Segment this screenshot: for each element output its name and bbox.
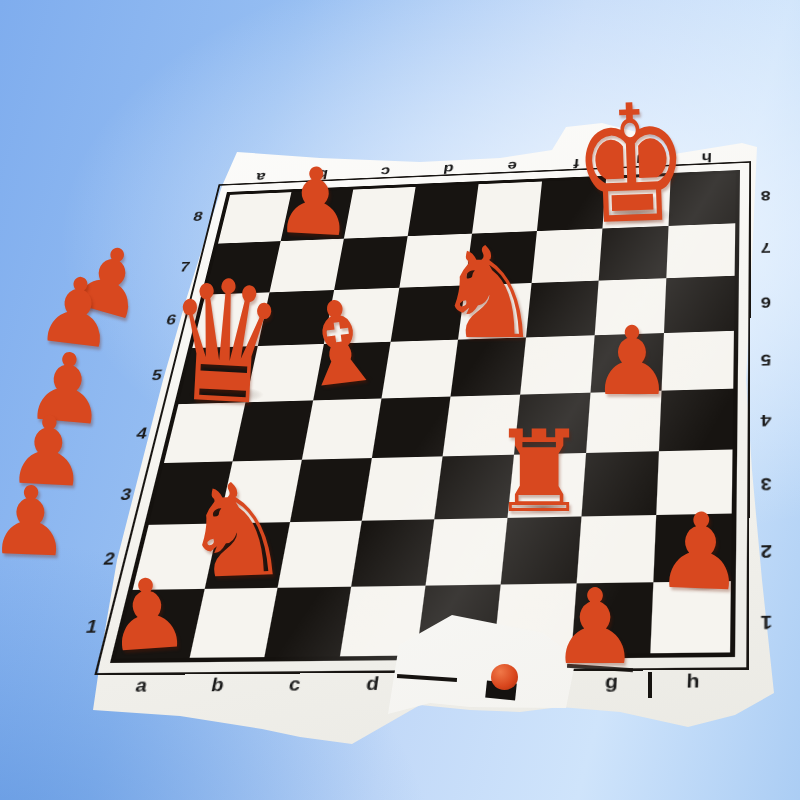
piece-pawn-b8: ♟ [273,155,356,251]
piece-pawn-g5: ♟ [592,314,673,409]
piece-knight-b2: ♞ [180,465,293,597]
piece-queen-a5: ♛ [162,256,288,430]
piece-pawn-a1: ♟ [103,564,192,667]
piece-knight-e6: ♞ [435,231,542,357]
piece-pawn-g1: ♟ [551,575,640,679]
scene: aa88bb77cc66dd55ee44ff33gg22hh11 ♟♟♟♟♟♟♚… [0,0,800,800]
piece-bishop-c5: ♝ [289,282,389,406]
piece-rook-f3: ♜ [491,416,587,529]
piece-pawn-offboard: ♟ [0,473,72,571]
pieces-layer: ♟♟♟♟♟♟♚♞♛♝♟♜♞♟♟♟ [0,0,800,800]
piece-king-g8: ♚ [570,82,692,248]
piece-pawn-h2: ♟ [654,498,747,606]
